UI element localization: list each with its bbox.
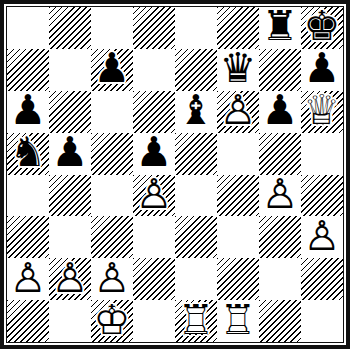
square-f4[interactable]: [217, 175, 259, 217]
piece-white-pawn: ♟♙: [91, 258, 133, 300]
piece-white-rook: ♜♖: [217, 300, 259, 342]
square-a4[interactable]: [7, 175, 49, 217]
square-f2[interactable]: [217, 258, 259, 300]
square-e3[interactable]: [175, 216, 217, 258]
square-e2[interactable]: [175, 258, 217, 300]
white-pawn-glyph: ♙: [10, 258, 47, 299]
square-f1[interactable]: ♜♖: [217, 300, 259, 342]
square-f7[interactable]: ♛♛: [217, 49, 259, 91]
square-g6[interactable]: ♟♟: [259, 91, 301, 133]
white-pawn-glyph: ♙: [220, 90, 257, 131]
square-f3[interactable]: [217, 216, 259, 258]
square-g5[interactable]: [259, 133, 301, 175]
black-bishop-glyph: ♝: [178, 90, 215, 131]
square-b5[interactable]: ♟♟: [49, 133, 91, 175]
white-rook-glyph: ♖: [178, 300, 215, 341]
black-pawn-glyph: ♟: [94, 48, 131, 89]
piece-black-king: ♚♚: [301, 7, 343, 49]
square-c2[interactable]: ♟♙: [91, 258, 133, 300]
square-e8[interactable]: [175, 7, 217, 49]
square-d8[interactable]: [133, 7, 175, 49]
square-g7[interactable]: [259, 49, 301, 91]
piece-white-pawn: ♟♙: [133, 175, 175, 217]
white-queen-glyph: ♕: [304, 90, 341, 131]
chess-board: ♜♜♚♚♟♟♛♛♟♟♟♟♝♝♟♙♟♟♛♕♞♞♟♟♟♟♟♙♟♙♟♙♟♙♟♙♟♙♚♔…: [6, 6, 344, 343]
square-h2[interactable]: [301, 258, 343, 300]
square-b2[interactable]: ♟♙: [49, 258, 91, 300]
square-b7[interactable]: [49, 49, 91, 91]
square-c6[interactable]: [91, 91, 133, 133]
square-a3[interactable]: [7, 216, 49, 258]
white-pawn-glyph: ♙: [262, 174, 299, 215]
piece-black-queen: ♛♛: [217, 49, 259, 91]
square-g2[interactable]: [259, 258, 301, 300]
square-h7[interactable]: ♟♟: [301, 49, 343, 91]
square-d6[interactable]: [133, 91, 175, 133]
black-rook-glyph: ♜: [262, 6, 299, 47]
square-e1[interactable]: ♜♖: [175, 300, 217, 342]
square-d1[interactable]: [133, 300, 175, 342]
piece-black-bishop: ♝♝: [175, 91, 217, 133]
square-d5[interactable]: ♟♟: [133, 133, 175, 175]
square-e5[interactable]: [175, 133, 217, 175]
square-a1[interactable]: [7, 300, 49, 342]
white-king-glyph: ♔: [94, 300, 131, 341]
piece-black-pawn: ♟♟: [259, 91, 301, 133]
piece-white-pawn: ♟♙: [7, 258, 49, 300]
square-b6[interactable]: [49, 91, 91, 133]
square-g3[interactable]: [259, 216, 301, 258]
square-b3[interactable]: [49, 216, 91, 258]
square-h5[interactable]: [301, 133, 343, 175]
square-f6[interactable]: ♟♙: [217, 91, 259, 133]
piece-black-pawn: ♟♟: [7, 91, 49, 133]
square-c1[interactable]: ♚♔: [91, 300, 133, 342]
piece-black-pawn: ♟♟: [133, 133, 175, 175]
black-pawn-glyph: ♟: [262, 90, 299, 131]
black-pawn-glyph: ♟: [304, 48, 341, 89]
square-d2[interactable]: [133, 258, 175, 300]
black-king-glyph: ♚: [304, 6, 341, 47]
piece-black-pawn: ♟♟: [49, 133, 91, 175]
square-a2[interactable]: ♟♙: [7, 258, 49, 300]
white-pawn-glyph: ♙: [94, 258, 131, 299]
square-d4[interactable]: ♟♙: [133, 175, 175, 217]
square-e4[interactable]: [175, 175, 217, 217]
black-knight-glyph: ♞: [10, 132, 47, 173]
square-b1[interactable]: [49, 300, 91, 342]
piece-black-rook: ♜♜: [259, 7, 301, 49]
square-g4[interactable]: ♟♙: [259, 175, 301, 217]
piece-white-pawn: ♟♙: [217, 91, 259, 133]
square-a5[interactable]: ♞♞: [7, 133, 49, 175]
square-b8[interactable]: [49, 7, 91, 49]
square-a7[interactable]: [7, 49, 49, 91]
square-c7[interactable]: ♟♟: [91, 49, 133, 91]
piece-white-pawn: ♟♙: [301, 216, 343, 258]
white-pawn-glyph: ♙: [304, 216, 341, 257]
square-g8[interactable]: ♜♜: [259, 7, 301, 49]
piece-white-queen: ♛♕: [301, 91, 343, 133]
white-rook-glyph: ♖: [220, 300, 257, 341]
black-pawn-glyph: ♟: [52, 132, 89, 173]
square-h4[interactable]: [301, 175, 343, 217]
square-f5[interactable]: [217, 133, 259, 175]
square-e7[interactable]: [175, 49, 217, 91]
piece-white-rook: ♜♖: [175, 300, 217, 342]
piece-black-pawn: ♟♟: [301, 49, 343, 91]
square-g1[interactable]: [259, 300, 301, 342]
piece-white-pawn: ♟♙: [49, 258, 91, 300]
piece-black-knight: ♞♞: [7, 133, 49, 175]
black-pawn-glyph: ♟: [136, 132, 173, 173]
square-d7[interactable]: [133, 49, 175, 91]
square-a6[interactable]: ♟♟: [7, 91, 49, 133]
square-c4[interactable]: [91, 175, 133, 217]
square-h8[interactable]: ♚♚: [301, 7, 343, 49]
piece-white-pawn: ♟♙: [259, 175, 301, 217]
black-pawn-glyph: ♟: [10, 90, 47, 131]
square-a8[interactable]: [7, 7, 49, 49]
square-h6[interactable]: ♛♕: [301, 91, 343, 133]
piece-white-king: ♚♔: [91, 300, 133, 342]
piece-black-pawn: ♟♟: [91, 49, 133, 91]
square-f8[interactable]: [217, 7, 259, 49]
square-c8[interactable]: [91, 7, 133, 49]
square-c3[interactable]: [91, 216, 133, 258]
white-pawn-glyph: ♙: [136, 174, 173, 215]
square-h3[interactable]: ♟♙: [301, 216, 343, 258]
square-d3[interactable]: [133, 216, 175, 258]
square-b4[interactable]: [49, 175, 91, 217]
black-queen-glyph: ♛: [220, 48, 257, 89]
white-pawn-glyph: ♙: [52, 258, 89, 299]
square-c5[interactable]: [91, 133, 133, 175]
square-h1[interactable]: [301, 300, 343, 342]
square-e6[interactable]: ♝♝: [175, 91, 217, 133]
board-frame: ♜♜♚♚♟♟♛♛♟♟♟♟♝♝♟♙♟♟♛♕♞♞♟♟♟♟♟♙♟♙♟♙♟♙♟♙♟♙♚♔…: [0, 0, 350, 349]
